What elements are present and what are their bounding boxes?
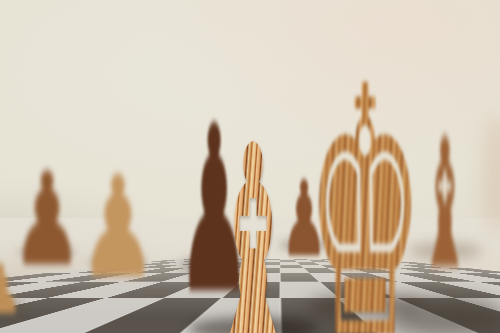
bishop-hero: ♝ [198, 108, 307, 333]
bishop-far-right: ♝ [418, 116, 472, 294]
king: ♚ [306, 42, 424, 333]
scene: ♟♟♟♟♟♝♚♝ [0, 0, 500, 333]
pawn-left-dark: ♟ [11, 156, 82, 284]
pawn-left-light: ♟ [79, 158, 157, 298]
